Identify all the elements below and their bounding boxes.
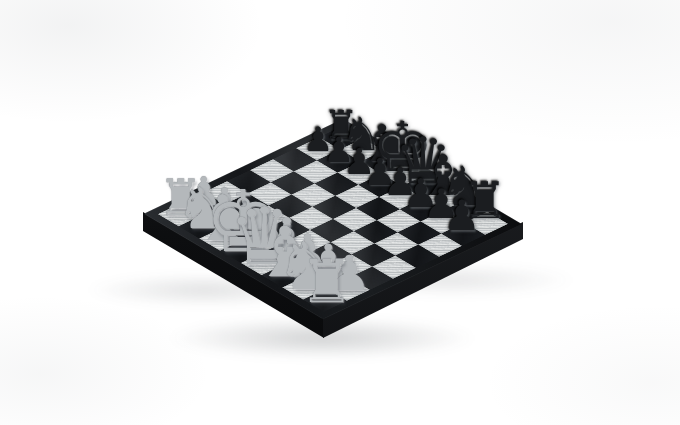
piece-black-pawn[interactable]: ♟	[443, 195, 481, 237]
pieces-layer: ♜♞♝♛♚♝♞♜♟♟♟♟♟♟♟♟♟♟♟♟♟♟♟♟♜♞♝♛♚♝♞♜	[0, 0, 680, 425]
piece-white-rook[interactable]: ♜	[300, 252, 353, 311]
chess-set-photo: ♜♞♝♛♚♝♞♜♟♟♟♟♟♟♟♟♟♟♟♟♟♟♟♟♜♞♝♛♚♝♞♜	[0, 0, 680, 425]
